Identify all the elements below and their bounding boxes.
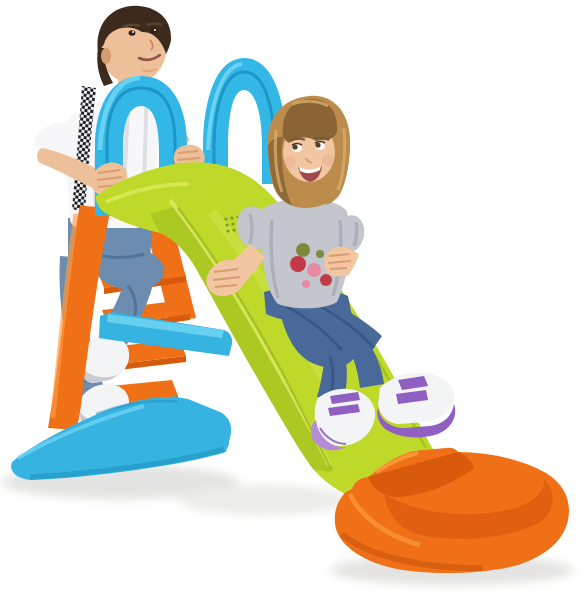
- boy-eye: [129, 30, 136, 36]
- vent-dot: [226, 229, 229, 232]
- print-blob: [290, 256, 306, 272]
- boy-ear: [101, 48, 111, 64]
- vent-dot: [231, 222, 234, 225]
- girl-blush: [284, 156, 296, 168]
- print-blob: [307, 263, 321, 277]
- shadow-mid: [180, 485, 350, 515]
- boy-eye-glint: [132, 31, 134, 33]
- print-blob: [320, 274, 332, 286]
- girl-blush: [322, 154, 334, 166]
- product-photo: [0, 0, 584, 600]
- finger-line: [330, 268, 347, 269]
- boy-eye: [151, 28, 158, 34]
- shirt-fold: [250, 214, 252, 244]
- vent-dot: [230, 216, 233, 219]
- vent-dot: [224, 217, 227, 220]
- scene-illustration: [0, 0, 584, 600]
- print-blob: [302, 280, 310, 288]
- print-blob: [296, 243, 310, 257]
- vent-dot: [232, 228, 235, 231]
- print-blob: [316, 250, 324, 258]
- boy-eye-glint: [154, 29, 156, 31]
- vent-dot: [225, 223, 228, 226]
